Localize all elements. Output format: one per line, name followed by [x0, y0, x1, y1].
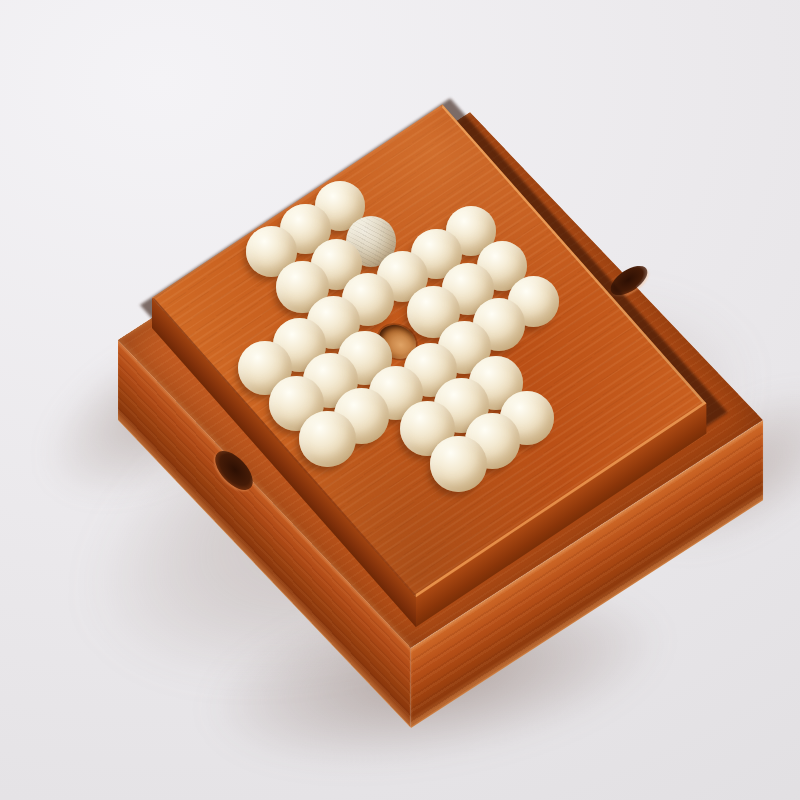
studio-scene	[0, 0, 800, 800]
peg-ball[interactable]	[299, 411, 355, 467]
peg-ball[interactable]	[430, 436, 486, 492]
